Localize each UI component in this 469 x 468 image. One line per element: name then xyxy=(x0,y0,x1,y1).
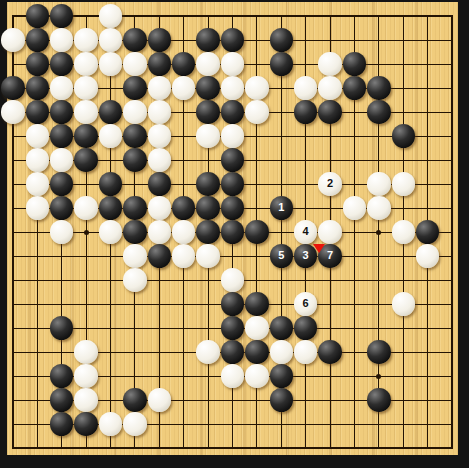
grid-line-horizontal xyxy=(12,256,453,257)
go-stone-white[interactable] xyxy=(26,172,49,195)
go-stone-white[interactable] xyxy=(221,76,244,99)
go-stone-black[interactable] xyxy=(318,340,341,363)
go-stone-black[interactable] xyxy=(26,28,49,51)
go-stone-black[interactable] xyxy=(221,28,244,51)
go-stone-black[interactable]: 1 xyxy=(270,196,293,219)
go-stone-black[interactable] xyxy=(196,172,219,195)
go-stone-white[interactable] xyxy=(343,196,366,219)
go-stone-white[interactable] xyxy=(367,196,390,219)
go-stone-black[interactable] xyxy=(123,76,146,99)
go-stone-black[interactable] xyxy=(245,220,268,243)
go-stone-black[interactable] xyxy=(294,316,317,339)
go-stone-white[interactable]: 2 xyxy=(318,172,341,195)
go-stone-black[interactable] xyxy=(343,76,366,99)
go-stone-white[interactable] xyxy=(50,220,73,243)
move-number-label: 4 xyxy=(303,226,309,237)
red-triangle-marker xyxy=(313,244,325,253)
go-stone-white[interactable] xyxy=(99,52,122,75)
go-stone-black[interactable] xyxy=(367,100,390,123)
go-stone-white[interactable] xyxy=(392,220,415,243)
go-stone-black[interactable] xyxy=(343,52,366,75)
go-stone-white[interactable] xyxy=(123,412,146,435)
go-stone-black[interactable] xyxy=(172,52,195,75)
go-stone-white[interactable]: 4 xyxy=(294,220,317,243)
go-stone-black[interactable] xyxy=(221,196,244,219)
go-stone-black[interactable] xyxy=(74,412,97,435)
move-number-label: 5 xyxy=(278,250,284,261)
go-stone-white[interactable] xyxy=(148,124,171,147)
go-stone-white[interactable] xyxy=(148,220,171,243)
go-stone-white[interactable] xyxy=(99,220,122,243)
go-stone-white[interactable] xyxy=(196,244,219,267)
go-stone-black[interactable] xyxy=(172,196,195,219)
go-stone-black[interactable] xyxy=(50,4,73,27)
go-stone-white[interactable] xyxy=(1,100,24,123)
go-stone-black[interactable] xyxy=(99,172,122,195)
go-stone-white[interactable] xyxy=(123,244,146,267)
go-stone-black[interactable] xyxy=(50,316,73,339)
go-stone-black[interactable] xyxy=(196,220,219,243)
go-stone-white[interactable] xyxy=(392,172,415,195)
go-stone-black[interactable] xyxy=(196,196,219,219)
go-stone-black[interactable] xyxy=(221,100,244,123)
go-stone-white[interactable] xyxy=(123,268,146,291)
go-stone-white[interactable] xyxy=(318,76,341,99)
move-number-label: 7 xyxy=(327,250,333,261)
go-app-screenshot: 2145376 xyxy=(0,0,469,468)
go-stone-black[interactable] xyxy=(221,292,244,315)
go-stone-black[interactable] xyxy=(74,124,97,147)
go-stone-white[interactable] xyxy=(74,28,97,51)
go-stone-black[interactable] xyxy=(367,388,390,411)
go-stone-white[interactable] xyxy=(148,388,171,411)
go-stone-white[interactable] xyxy=(318,220,341,243)
go-stone-black[interactable] xyxy=(221,172,244,195)
go-stone-white[interactable] xyxy=(245,76,268,99)
go-stone-black[interactable] xyxy=(123,196,146,219)
go-stone-black[interactable] xyxy=(245,292,268,315)
go-stone-white[interactable] xyxy=(367,172,390,195)
go-stone-black[interactable] xyxy=(148,28,171,51)
go-stone-white[interactable] xyxy=(74,196,97,219)
go-stone-white[interactable] xyxy=(172,220,195,243)
go-stone-white[interactable] xyxy=(392,292,415,315)
go-stone-black[interactable] xyxy=(148,172,171,195)
go-stone-white[interactable] xyxy=(26,148,49,171)
go-stone-white[interactable] xyxy=(416,244,439,267)
go-stone-black[interactable] xyxy=(294,100,317,123)
go-stone-black[interactable] xyxy=(270,364,293,387)
move-number-label: 2 xyxy=(327,178,333,189)
go-stone-black[interactable] xyxy=(123,28,146,51)
go-stone-black[interactable] xyxy=(123,220,146,243)
go-stone-white[interactable] xyxy=(99,4,122,27)
go-stone-white[interactable] xyxy=(99,124,122,147)
go-stone-white[interactable] xyxy=(196,124,219,147)
go-stone-black[interactable] xyxy=(26,52,49,75)
go-stone-white[interactable] xyxy=(74,76,97,99)
go-stone-black[interactable] xyxy=(367,340,390,363)
go-stone-black[interactable] xyxy=(221,220,244,243)
go-stone-black[interactable] xyxy=(270,316,293,339)
go-stone-black[interactable] xyxy=(196,100,219,123)
go-stone-black[interactable] xyxy=(416,220,439,243)
go-stone-white[interactable] xyxy=(123,52,146,75)
go-stone-white[interactable] xyxy=(74,100,97,123)
hoshi-star-point xyxy=(84,230,89,235)
go-stone-black[interactable] xyxy=(99,196,122,219)
go-stone-white[interactable] xyxy=(123,100,146,123)
go-stone-white[interactable] xyxy=(50,28,73,51)
go-stone-black[interactable]: 5 xyxy=(270,244,293,267)
go-stone-black[interactable] xyxy=(123,124,146,147)
move-number-label: 3 xyxy=(303,250,309,261)
go-stone-black[interactable] xyxy=(50,172,73,195)
go-stone-white[interactable] xyxy=(148,100,171,123)
go-stone-black[interactable] xyxy=(196,76,219,99)
go-stone-white[interactable] xyxy=(99,28,122,51)
go-stone-black[interactable] xyxy=(50,364,73,387)
go-stone-white[interactable]: 6 xyxy=(294,292,317,315)
go-stone-white[interactable] xyxy=(172,244,195,267)
go-stone-black[interactable] xyxy=(26,76,49,99)
go-stone-white[interactable] xyxy=(148,76,171,99)
go-stone-black[interactable] xyxy=(26,4,49,27)
go-stone-white[interactable] xyxy=(26,196,49,219)
go-stone-white[interactable] xyxy=(196,52,219,75)
go-stone-black[interactable] xyxy=(50,196,73,219)
go-stone-white[interactable] xyxy=(74,52,97,75)
go-stone-white[interactable] xyxy=(245,316,268,339)
go-stone-black[interactable] xyxy=(26,100,49,123)
go-stone-black[interactable] xyxy=(245,340,268,363)
go-stone-black[interactable] xyxy=(99,100,122,123)
grid-line-horizontal xyxy=(12,15,453,17)
go-stone-white[interactable] xyxy=(294,340,317,363)
go-stone-white[interactable] xyxy=(1,28,24,51)
go-stone-white[interactable] xyxy=(221,364,244,387)
go-stone-black[interactable] xyxy=(1,76,24,99)
go-stone-white[interactable] xyxy=(221,124,244,147)
go-stone-white[interactable] xyxy=(318,52,341,75)
go-stone-white[interactable] xyxy=(148,148,171,171)
go-stone-black[interactable] xyxy=(367,76,390,99)
go-stone-white[interactable] xyxy=(148,196,171,219)
go-stone-black[interactable] xyxy=(221,316,244,339)
go-board[interactable]: 2145376 xyxy=(7,2,458,455)
hoshi-star-point xyxy=(376,374,381,379)
go-stone-white[interactable] xyxy=(26,124,49,147)
go-stone-white[interactable] xyxy=(221,268,244,291)
go-stone-white[interactable] xyxy=(172,76,195,99)
go-stone-black[interactable] xyxy=(50,100,73,123)
hoshi-star-point xyxy=(376,230,381,235)
go-stone-black[interactable] xyxy=(50,388,73,411)
go-stone-black[interactable] xyxy=(148,52,171,75)
go-stone-white[interactable] xyxy=(74,364,97,387)
go-stone-black[interactable] xyxy=(148,244,171,267)
go-stone-black[interactable] xyxy=(196,28,219,51)
grid-line-horizontal xyxy=(12,447,453,449)
go-stone-black[interactable] xyxy=(221,148,244,171)
go-stone-white[interactable] xyxy=(74,340,97,363)
go-stone-black[interactable] xyxy=(270,388,293,411)
go-stone-white[interactable] xyxy=(270,340,293,363)
go-stone-white[interactable] xyxy=(50,76,73,99)
go-stone-white[interactable] xyxy=(245,364,268,387)
go-stone-white[interactable] xyxy=(196,340,219,363)
go-stone-white[interactable] xyxy=(74,388,97,411)
go-stone-black[interactable] xyxy=(270,52,293,75)
go-stone-black[interactable] xyxy=(50,124,73,147)
go-stone-black[interactable] xyxy=(318,100,341,123)
go-stone-black[interactable] xyxy=(392,124,415,147)
go-stone-black[interactable] xyxy=(74,148,97,171)
go-stone-black[interactable] xyxy=(270,28,293,51)
go-stone-white[interactable] xyxy=(221,52,244,75)
go-stone-black[interactable] xyxy=(50,52,73,75)
go-stone-black[interactable] xyxy=(123,148,146,171)
move-number-label: 1 xyxy=(278,202,284,213)
go-stone-black[interactable] xyxy=(123,388,146,411)
move-number-label: 6 xyxy=(303,298,309,309)
go-stone-white[interactable] xyxy=(50,148,73,171)
go-stone-white[interactable] xyxy=(294,76,317,99)
go-stone-black[interactable] xyxy=(221,340,244,363)
go-stone-white[interactable] xyxy=(99,412,122,435)
go-stone-white[interactable] xyxy=(245,100,268,123)
go-stone-black[interactable] xyxy=(50,412,73,435)
